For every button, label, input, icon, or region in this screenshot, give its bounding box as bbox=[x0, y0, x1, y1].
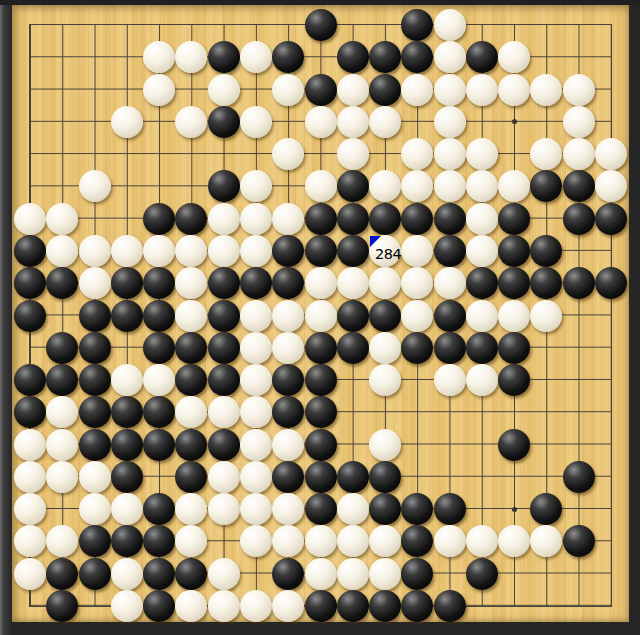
black-stone[interactable] bbox=[369, 203, 401, 235]
black-stone[interactable] bbox=[337, 235, 369, 267]
black-stone[interactable] bbox=[208, 429, 240, 461]
white-stone[interactable] bbox=[305, 558, 337, 590]
black-stone[interactable] bbox=[369, 300, 401, 332]
white-stone[interactable] bbox=[143, 364, 175, 396]
black-stone[interactable] bbox=[111, 461, 143, 493]
black-stone[interactable] bbox=[79, 364, 111, 396]
white-stone[interactable] bbox=[175, 590, 207, 622]
white-stone[interactable] bbox=[337, 138, 369, 170]
white-stone[interactable] bbox=[240, 300, 272, 332]
black-stone[interactable] bbox=[305, 235, 337, 267]
black-stone[interactable] bbox=[595, 203, 627, 235]
black-stone[interactable] bbox=[563, 461, 595, 493]
black-stone[interactable] bbox=[305, 203, 337, 235]
white-stone[interactable] bbox=[369, 429, 401, 461]
black-stone[interactable] bbox=[175, 332, 207, 364]
black-stone[interactable] bbox=[434, 300, 466, 332]
white-stone[interactable] bbox=[401, 300, 433, 332]
black-stone[interactable] bbox=[175, 558, 207, 590]
black-stone[interactable] bbox=[498, 429, 530, 461]
black-stone[interactable] bbox=[434, 235, 466, 267]
black-stone[interactable] bbox=[498, 203, 530, 235]
black-stone[interactable] bbox=[14, 364, 46, 396]
black-stone[interactable] bbox=[208, 332, 240, 364]
black-stone[interactable] bbox=[563, 525, 595, 557]
white-stone[interactable] bbox=[434, 106, 466, 138]
white-stone[interactable] bbox=[434, 9, 466, 41]
black-stone[interactable] bbox=[143, 558, 175, 590]
white-stone[interactable] bbox=[434, 364, 466, 396]
white-stone[interactable] bbox=[240, 203, 272, 235]
black-stone[interactable] bbox=[79, 332, 111, 364]
white-stone[interactable] bbox=[305, 170, 337, 202]
black-stone[interactable] bbox=[337, 461, 369, 493]
black-stone[interactable] bbox=[208, 170, 240, 202]
white-stone[interactable] bbox=[337, 558, 369, 590]
white-stone[interactable] bbox=[563, 74, 595, 106]
black-stone[interactable] bbox=[337, 300, 369, 332]
black-stone[interactable] bbox=[466, 267, 498, 299]
black-stone[interactable] bbox=[434, 493, 466, 525]
white-stone[interactable] bbox=[272, 590, 304, 622]
black-stone[interactable] bbox=[14, 300, 46, 332]
white-stone[interactable] bbox=[111, 235, 143, 267]
go-board[interactable]: 284 bbox=[12, 5, 629, 622]
black-stone[interactable] bbox=[401, 590, 433, 622]
black-stone[interactable] bbox=[337, 590, 369, 622]
black-stone[interactable] bbox=[305, 364, 337, 396]
black-stone[interactable] bbox=[305, 493, 337, 525]
black-stone[interactable] bbox=[143, 590, 175, 622]
black-stone[interactable] bbox=[272, 558, 304, 590]
black-stone[interactable] bbox=[369, 590, 401, 622]
black-stone[interactable] bbox=[111, 267, 143, 299]
black-stone[interactable] bbox=[305, 461, 337, 493]
white-stone[interactable] bbox=[466, 235, 498, 267]
white-stone[interactable] bbox=[46, 203, 78, 235]
black-stone[interactable] bbox=[305, 396, 337, 428]
black-stone[interactable] bbox=[208, 106, 240, 138]
white-stone[interactable] bbox=[14, 493, 46, 525]
white-stone[interactable] bbox=[240, 364, 272, 396]
black-stone[interactable] bbox=[466, 558, 498, 590]
black-stone[interactable] bbox=[111, 396, 143, 428]
white-stone[interactable] bbox=[240, 493, 272, 525]
white-stone[interactable] bbox=[305, 267, 337, 299]
white-stone[interactable] bbox=[434, 74, 466, 106]
black-stone[interactable] bbox=[498, 332, 530, 364]
black-stone[interactable] bbox=[272, 461, 304, 493]
black-stone[interactable] bbox=[305, 429, 337, 461]
white-stone[interactable] bbox=[79, 235, 111, 267]
white-stone[interactable] bbox=[208, 493, 240, 525]
white-stone[interactable] bbox=[401, 74, 433, 106]
white-stone[interactable] bbox=[14, 461, 46, 493]
white-stone[interactable] bbox=[272, 300, 304, 332]
black-stone[interactable] bbox=[434, 590, 466, 622]
black-stone[interactable] bbox=[143, 332, 175, 364]
move-number-label: 284 bbox=[371, 247, 405, 262]
white-stone[interactable] bbox=[530, 300, 562, 332]
black-stone[interactable] bbox=[401, 558, 433, 590]
black-stone[interactable] bbox=[111, 429, 143, 461]
black-stone[interactable] bbox=[175, 203, 207, 235]
white-stone[interactable] bbox=[46, 461, 78, 493]
black-stone[interactable] bbox=[14, 235, 46, 267]
black-stone[interactable] bbox=[434, 332, 466, 364]
white-stone[interactable] bbox=[208, 235, 240, 267]
black-stone[interactable] bbox=[79, 558, 111, 590]
white-stone[interactable] bbox=[208, 461, 240, 493]
white-stone[interactable] bbox=[337, 493, 369, 525]
white-stone[interactable] bbox=[240, 461, 272, 493]
black-stone[interactable] bbox=[143, 300, 175, 332]
white-stone[interactable] bbox=[466, 74, 498, 106]
star-point bbox=[512, 507, 517, 512]
white-stone[interactable] bbox=[208, 590, 240, 622]
white-stone[interactable] bbox=[208, 203, 240, 235]
black-stone[interactable] bbox=[240, 267, 272, 299]
black-stone[interactable] bbox=[208, 267, 240, 299]
black-stone[interactable] bbox=[401, 332, 433, 364]
black-stone[interactable] bbox=[337, 332, 369, 364]
white-stone[interactable] bbox=[143, 235, 175, 267]
black-stone[interactable] bbox=[337, 41, 369, 73]
black-stone[interactable] bbox=[79, 525, 111, 557]
white-stone[interactable] bbox=[498, 74, 530, 106]
white-stone[interactable] bbox=[240, 41, 272, 73]
white-stone[interactable] bbox=[240, 429, 272, 461]
white-stone[interactable] bbox=[111, 558, 143, 590]
black-stone[interactable] bbox=[143, 203, 175, 235]
white-stone[interactable] bbox=[175, 300, 207, 332]
black-stone[interactable] bbox=[46, 558, 78, 590]
white-stone[interactable] bbox=[466, 203, 498, 235]
white-stone[interactable] bbox=[530, 74, 562, 106]
black-stone[interactable] bbox=[563, 203, 595, 235]
white-stone[interactable] bbox=[240, 332, 272, 364]
white-stone[interactable] bbox=[272, 203, 304, 235]
white-stone[interactable] bbox=[498, 300, 530, 332]
white-stone[interactable] bbox=[466, 138, 498, 170]
black-stone[interactable] bbox=[208, 364, 240, 396]
black-stone[interactable] bbox=[401, 203, 433, 235]
white-stone[interactable] bbox=[208, 558, 240, 590]
white-stone[interactable] bbox=[240, 590, 272, 622]
white-stone[interactable] bbox=[240, 106, 272, 138]
white-stone[interactable] bbox=[111, 364, 143, 396]
black-stone[interactable] bbox=[111, 300, 143, 332]
white-stone[interactable] bbox=[563, 138, 595, 170]
white-stone[interactable] bbox=[79, 493, 111, 525]
white-stone[interactable] bbox=[466, 364, 498, 396]
white-stone[interactable] bbox=[111, 590, 143, 622]
black-stone[interactable] bbox=[595, 267, 627, 299]
black-stone[interactable] bbox=[337, 170, 369, 202]
black-stone[interactable] bbox=[305, 332, 337, 364]
white-stone[interactable] bbox=[434, 138, 466, 170]
white-stone[interactable] bbox=[563, 106, 595, 138]
black-stone[interactable] bbox=[305, 590, 337, 622]
go-app-window: 284 bbox=[0, 0, 640, 635]
white-stone[interactable] bbox=[305, 525, 337, 557]
white-stone[interactable] bbox=[79, 170, 111, 202]
white-stone[interactable] bbox=[434, 41, 466, 73]
black-stone[interactable] bbox=[79, 396, 111, 428]
white-stone[interactable] bbox=[175, 106, 207, 138]
white-stone[interactable] bbox=[272, 429, 304, 461]
white-stone[interactable] bbox=[79, 461, 111, 493]
black-stone[interactable] bbox=[143, 429, 175, 461]
black-stone[interactable] bbox=[14, 267, 46, 299]
black-stone[interactable] bbox=[79, 300, 111, 332]
white-stone[interactable] bbox=[305, 300, 337, 332]
white-stone[interactable] bbox=[208, 74, 240, 106]
black-stone[interactable] bbox=[369, 461, 401, 493]
black-stone[interactable] bbox=[434, 203, 466, 235]
white-stone[interactable] bbox=[466, 300, 498, 332]
black-stone[interactable] bbox=[305, 9, 337, 41]
black-stone[interactable] bbox=[337, 203, 369, 235]
white-stone[interactable] bbox=[272, 74, 304, 106]
black-stone[interactable] bbox=[208, 41, 240, 73]
white-stone[interactable] bbox=[595, 138, 627, 170]
white-stone[interactable] bbox=[79, 267, 111, 299]
black-stone[interactable] bbox=[466, 41, 498, 73]
white-stone[interactable] bbox=[14, 429, 46, 461]
white-stone[interactable] bbox=[46, 235, 78, 267]
white-stone[interactable] bbox=[46, 429, 78, 461]
white-stone[interactable] bbox=[337, 106, 369, 138]
white-stone[interactable] bbox=[272, 332, 304, 364]
white-stone[interactable] bbox=[595, 170, 627, 202]
black-stone[interactable] bbox=[563, 170, 595, 202]
white-stone[interactable] bbox=[111, 106, 143, 138]
black-stone[interactable] bbox=[466, 332, 498, 364]
white-stone[interactable] bbox=[434, 525, 466, 557]
white-stone[interactable] bbox=[14, 558, 46, 590]
black-stone[interactable] bbox=[305, 74, 337, 106]
white-stone[interactable] bbox=[337, 267, 369, 299]
black-stone[interactable] bbox=[498, 235, 530, 267]
white-stone[interactable] bbox=[208, 396, 240, 428]
black-stone[interactable] bbox=[79, 429, 111, 461]
white-stone[interactable] bbox=[305, 106, 337, 138]
black-stone[interactable] bbox=[369, 74, 401, 106]
white-stone[interactable] bbox=[240, 235, 272, 267]
black-stone[interactable] bbox=[563, 267, 595, 299]
black-stone[interactable] bbox=[46, 332, 78, 364]
black-stone[interactable] bbox=[175, 429, 207, 461]
white-stone[interactable] bbox=[434, 267, 466, 299]
white-stone[interactable] bbox=[111, 493, 143, 525]
white-stone[interactable] bbox=[369, 364, 401, 396]
black-stone[interactable] bbox=[46, 590, 78, 622]
white-stone[interactable] bbox=[369, 558, 401, 590]
black-stone[interactable] bbox=[272, 235, 304, 267]
black-stone[interactable] bbox=[208, 300, 240, 332]
white-stone[interactable] bbox=[369, 106, 401, 138]
white-stone[interactable] bbox=[143, 74, 175, 106]
white-stone[interactable] bbox=[434, 170, 466, 202]
white-stone[interactable] bbox=[369, 332, 401, 364]
white-stone[interactable] bbox=[337, 74, 369, 106]
white-stone[interactable] bbox=[14, 203, 46, 235]
